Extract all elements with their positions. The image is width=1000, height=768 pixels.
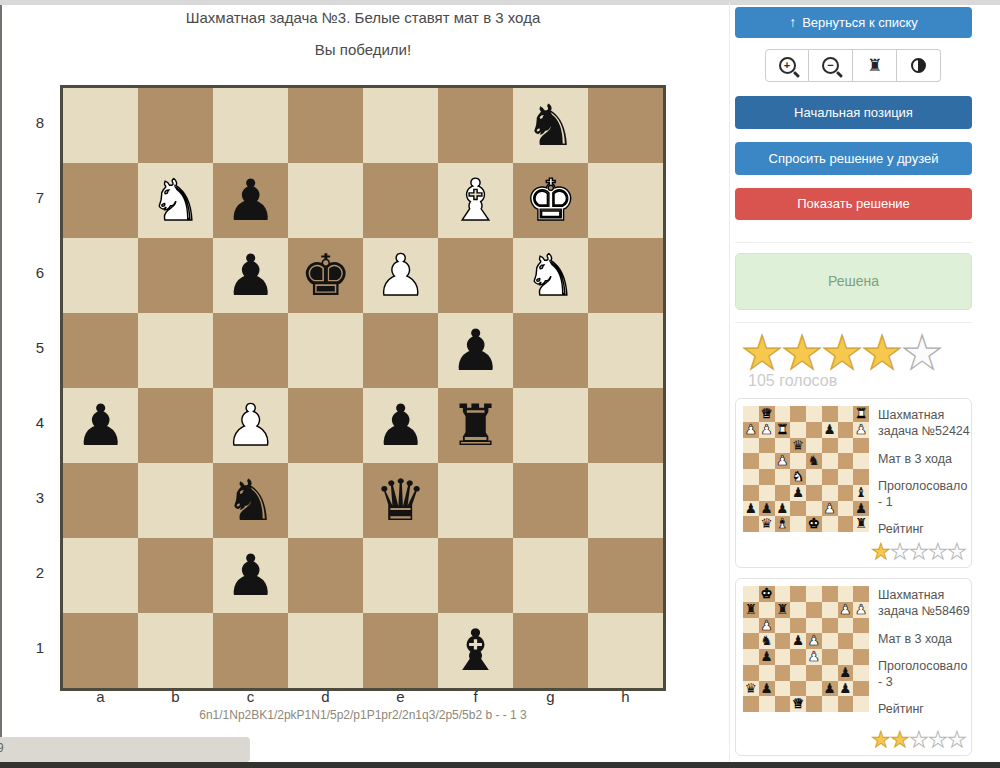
board-square[interactable]	[63, 538, 138, 613]
contrast-icon	[911, 58, 926, 73]
thumb-square: ♞	[759, 633, 775, 649]
thumb-square	[838, 469, 854, 485]
thumb-square	[806, 665, 822, 681]
black-pawn: ♟	[743, 501, 759, 517]
star-2: ★	[890, 728, 909, 752]
black-pawn: ♟	[775, 501, 791, 517]
white-queen: ♛	[759, 406, 775, 422]
board-square[interactable]	[438, 238, 513, 313]
board-square[interactable]	[588, 88, 663, 163]
board-square[interactable]	[288, 88, 363, 163]
thumb-square	[775, 586, 791, 602]
board-square[interactable]	[288, 613, 363, 688]
thumb-square	[838, 633, 854, 649]
board-square[interactable]	[288, 163, 363, 238]
star-3: ★	[909, 728, 928, 752]
thumb-square	[743, 469, 759, 485]
board-square[interactable]	[588, 388, 663, 463]
board-square[interactable]: ♛	[363, 463, 438, 538]
board-square[interactable]	[363, 313, 438, 388]
sidebar: ↑Вернуться к списку + − ♜ Начальная пози…	[735, 0, 972, 768]
thumb-square	[775, 696, 791, 712]
file-label: c	[213, 688, 288, 705]
related-puzzle-info: Шахматная задача №58469 Мат в 3 хода Про…	[878, 587, 972, 729]
thumb-square: ♟	[759, 422, 775, 438]
star-4: ★	[928, 540, 947, 564]
star-3: ★	[909, 540, 928, 564]
board-toolbar: + − ♜	[765, 49, 941, 82]
black-queen: ♛	[759, 516, 775, 532]
thumb-square: ♛	[759, 516, 775, 532]
thumb-square	[838, 453, 854, 469]
thumb-square	[822, 516, 838, 532]
back-to-list-button[interactable]: ↑Вернуться к списку	[735, 7, 972, 38]
thumb-square	[743, 586, 759, 602]
thumb-square	[853, 453, 869, 469]
black-pawn[interactable]: ♟	[213, 163, 288, 238]
thumb-square	[822, 453, 838, 469]
thumb-square	[806, 602, 822, 618]
thumb-square	[775, 485, 791, 501]
board-square[interactable]	[513, 538, 588, 613]
board-square[interactable]	[138, 388, 213, 463]
rank-label: 8	[26, 85, 44, 160]
white-pawn[interactable]: ♟	[363, 238, 438, 313]
white-pawn[interactable]: ♟	[213, 388, 288, 463]
thumb-square	[853, 633, 869, 649]
ask-friends-button[interactable]: Спросить решение у друзей	[735, 142, 972, 175]
window-left-border	[0, 5, 2, 762]
white-pawn: ♟	[853, 422, 869, 438]
thumb-square	[853, 618, 869, 634]
related-puzzle-rating-label: Рейтинг	[878, 521, 972, 537]
board-square[interactable]: ♝	[438, 613, 513, 688]
black-bishop: ♝	[853, 485, 869, 501]
rank-label: 1	[26, 610, 44, 685]
thumb-square: ♜	[853, 516, 869, 532]
board-square[interactable]	[438, 88, 513, 163]
thumb-square: ♟	[853, 501, 869, 517]
black-knight: ♞	[806, 453, 822, 469]
board-square[interactable]	[513, 463, 588, 538]
white-queen: ♛	[790, 696, 806, 712]
thumb-square: ♛	[790, 696, 806, 712]
board-square[interactable]	[138, 313, 213, 388]
related-puzzle-info: Шахматная задача №52424 Мат в 3 хода Про…	[878, 407, 972, 549]
thumb-square	[790, 602, 806, 618]
thumb-square	[759, 602, 775, 618]
thumb-square: ♟	[806, 633, 822, 649]
board-square[interactable]: ♞	[513, 88, 588, 163]
black-pawn[interactable]: ♟	[363, 388, 438, 463]
black-pawn: ♟	[790, 485, 806, 501]
related-puzzle-card[interactable]: ♚♜♜♟♟♟♞♟♟♟♟♟♛♟♟♟♛ Шахматная задача №5846…	[735, 578, 972, 756]
board-square[interactable]	[63, 88, 138, 163]
thumb-square	[759, 453, 775, 469]
thumb-square	[822, 633, 838, 649]
white-knight[interactable]: ♞	[513, 238, 588, 313]
thumb-square	[790, 681, 806, 697]
thumb-square: ♚	[759, 586, 775, 602]
board-square[interactable]	[363, 163, 438, 238]
related-puzzle-stars: ★★★★★	[871, 728, 966, 752]
thumb-square	[743, 665, 759, 681]
rank-label: 3	[26, 460, 44, 535]
thumb-square	[743, 696, 759, 712]
thumb-square	[743, 406, 759, 422]
thumb-square	[806, 469, 822, 485]
white-king: ♚	[806, 516, 822, 532]
thumb-square	[759, 438, 775, 454]
black-pawn: ♟	[822, 422, 838, 438]
thumb-square	[838, 516, 854, 532]
star-5: ★	[947, 540, 966, 564]
thumb-square	[790, 453, 806, 469]
board-square[interactable]	[288, 463, 363, 538]
thumb-square	[853, 469, 869, 485]
thumb-square	[790, 516, 806, 532]
black-rook[interactable]: ♜	[438, 388, 513, 463]
thumb-square	[790, 422, 806, 438]
board-square[interactable]	[588, 538, 663, 613]
initial-position-button[interactable]: Начальная позиция	[735, 96, 972, 129]
thumb-square	[743, 633, 759, 649]
thumb-square	[775, 665, 791, 681]
board-square[interactable]	[63, 313, 138, 388]
related-puzzle-votes: Проголосовало - 3	[878, 658, 972, 691]
thumb-square	[775, 406, 791, 422]
black-rook: ♜	[775, 602, 791, 618]
thumb-square: ♟	[838, 681, 854, 697]
board-square[interactable]	[138, 88, 213, 163]
rank-label: 7	[26, 160, 44, 235]
white-pawn: ♟	[759, 422, 775, 438]
thumb-square: ♜	[775, 422, 791, 438]
thumb-square	[743, 649, 759, 665]
thumb-square: ♟	[775, 453, 791, 469]
rank-label: 4	[26, 385, 44, 460]
black-pawn[interactable]: ♟	[63, 388, 138, 463]
thumb-square	[853, 438, 869, 454]
thumb-square	[822, 485, 838, 501]
related-puzzle-mate: Мат в 3 хода	[878, 631, 972, 647]
black-knight[interactable]: ♞	[513, 88, 588, 163]
file-label: h	[588, 688, 663, 705]
thumb-square: ♟	[822, 681, 838, 697]
thumb-square	[822, 602, 838, 618]
white-king[interactable]: ♚	[513, 163, 588, 238]
thumb-square: ♛	[790, 438, 806, 454]
board-square[interactable]	[63, 463, 138, 538]
thumb-square	[806, 696, 822, 712]
related-puzzle-stars: ★★★★★	[871, 540, 966, 564]
up-arrow-icon: ↑	[789, 14, 796, 30]
black-knight[interactable]: ♞	[213, 463, 288, 538]
board-square[interactable]	[438, 538, 513, 613]
thumb-square	[743, 516, 759, 532]
thumb-square	[806, 618, 822, 634]
black-pawn[interactable]: ♟	[213, 238, 288, 313]
zoom-in-icon: +	[779, 57, 796, 74]
thumb-square	[790, 665, 806, 681]
thumb-square: ♟	[806, 649, 822, 665]
section-divider	[735, 322, 972, 323]
thumb-square	[790, 649, 806, 665]
solved-status: Решена	[735, 253, 972, 310]
thumb-square	[759, 485, 775, 501]
thumb-square: ♚	[806, 516, 822, 532]
thumb-square	[853, 649, 869, 665]
board-square[interactable]	[363, 88, 438, 163]
board-square[interactable]	[63, 238, 138, 313]
black-pawn: ♟	[822, 681, 838, 697]
board-square[interactable]	[588, 163, 663, 238]
board-square[interactable]	[138, 538, 213, 613]
thumb-square: ♞	[790, 469, 806, 485]
thumb-square	[838, 618, 854, 634]
rank-labels: 87654321	[26, 85, 52, 685]
thumb-square	[806, 438, 822, 454]
board-square[interactable]: ♞	[213, 463, 288, 538]
board-square[interactable]	[513, 388, 588, 463]
thumb-square	[806, 485, 822, 501]
board-square[interactable]	[513, 313, 588, 388]
thumb-square	[790, 586, 806, 602]
white-pawn: ♟	[853, 602, 869, 618]
board-square[interactable]: ♚	[288, 238, 363, 313]
star-5: ★	[947, 728, 966, 752]
thumb-square	[743, 485, 759, 501]
thumb-square	[790, 406, 806, 422]
file-label: a	[63, 688, 138, 705]
thumb-square: ♟	[790, 633, 806, 649]
zoom-out-button[interactable]: −	[809, 49, 853, 82]
sidebar-separator	[729, 2, 730, 762]
thumb-square	[838, 438, 854, 454]
thumb-square	[822, 618, 838, 634]
star-2: ★	[890, 540, 909, 564]
board-square[interactable]	[438, 463, 513, 538]
status-bar-text: 9	[0, 741, 4, 755]
thumb-square	[838, 485, 854, 501]
black-pawn: ♟	[759, 681, 775, 697]
board-square[interactable]	[513, 613, 588, 688]
thumb-square	[775, 681, 791, 697]
file-label: f	[438, 688, 513, 705]
thumb-square	[853, 665, 869, 681]
thumb-square: ♟	[759, 501, 775, 517]
black-pawn: ♟	[759, 501, 775, 517]
board-square[interactable]: ♟	[363, 238, 438, 313]
white-knight[interactable]: ♞	[138, 163, 213, 238]
zoom-out-icon: −	[822, 57, 839, 74]
black-queen: ♛	[743, 681, 759, 697]
star-4: ★	[928, 728, 947, 752]
thumb-square: ♟	[775, 501, 791, 517]
star-1: ★	[871, 728, 890, 752]
thumb-square	[790, 618, 806, 634]
thumb-square	[838, 586, 854, 602]
thumb-square: ♟	[759, 649, 775, 665]
thumb-square: ♟	[838, 602, 854, 618]
black-queen[interactable]: ♛	[363, 463, 438, 538]
board-square[interactable]	[588, 613, 663, 688]
board-square[interactable]	[363, 613, 438, 688]
board-square[interactable]	[138, 613, 213, 688]
white-rook: ♜	[853, 406, 869, 422]
board-square[interactable]	[138, 238, 213, 313]
black-pawn: ♟	[838, 681, 854, 697]
thumb-square	[822, 696, 838, 712]
contrast-button[interactable]	[897, 49, 941, 82]
black-bishop[interactable]: ♝	[438, 613, 513, 688]
thumb-square	[759, 665, 775, 681]
black-pawn[interactable]: ♟	[438, 313, 513, 388]
board-square[interactable]	[588, 238, 663, 313]
related-puzzle-title: Шахматная задача №52424	[878, 407, 972, 440]
board-square[interactable]	[588, 313, 663, 388]
white-pawn: ♟	[806, 649, 822, 665]
thumb-square: ♜	[853, 406, 869, 422]
thumb-square: ♟	[759, 681, 775, 697]
white-rook: ♜	[775, 422, 791, 438]
black-knight: ♞	[759, 633, 775, 649]
thumb-square: ♟	[743, 422, 759, 438]
related-puzzle-card[interactable]: ♛♜♟♟♜♟♟♛♟♞♞♟♝♟♟♟♟♟♛♝♚♜ Шахматная задача …	[735, 398, 972, 568]
thumb-square	[743, 438, 759, 454]
thumb-square	[838, 422, 854, 438]
white-king: ♚	[759, 586, 775, 602]
board-square[interactable]: ♞	[513, 238, 588, 313]
white-pawn: ♟	[806, 633, 822, 649]
board-square[interactable]	[288, 388, 363, 463]
star-4[interactable]: ★	[861, 326, 901, 380]
board-square[interactable]	[63, 163, 138, 238]
black-rook: ♜	[743, 602, 759, 618]
thumb-square: ♟	[759, 618, 775, 634]
thumb-square	[853, 696, 869, 712]
thumb-square	[806, 422, 822, 438]
thumb-square: ♜	[775, 602, 791, 618]
thumb-square	[853, 586, 869, 602]
board-square[interactable]	[213, 313, 288, 388]
show-solution-label: Показать решение	[797, 196, 910, 211]
thumb-square	[822, 586, 838, 602]
thumb-square	[838, 649, 854, 665]
rook-icon: ♜	[867, 57, 882, 74]
board-square[interactable]	[213, 613, 288, 688]
board-square[interactable]: ♞	[138, 163, 213, 238]
thumb-square	[775, 438, 791, 454]
thumb-square: ♟	[853, 422, 869, 438]
board-square[interactable]: ♚	[513, 163, 588, 238]
board-square[interactable]	[288, 538, 363, 613]
black-pawn[interactable]: ♟	[213, 538, 288, 613]
white-pawn: ♟	[775, 453, 791, 469]
piece-style-button[interactable]: ♜	[853, 49, 897, 82]
star-5[interactable]: ★	[901, 326, 941, 380]
white-pawn: ♟	[743, 422, 759, 438]
thumb-square: ♟	[822, 422, 838, 438]
black-pawn: ♟	[853, 501, 869, 517]
thumb-square: ♝	[853, 485, 869, 501]
file-labels: abcdefgh	[60, 688, 666, 706]
board-square[interactable]	[588, 463, 663, 538]
page-root: { "game": "chess", "position": "6n1/1Np2…	[0, 0, 1000, 768]
related-puzzle-rating-label: Рейтинг	[878, 701, 972, 717]
thumb-square	[822, 665, 838, 681]
black-king[interactable]: ♚	[288, 238, 363, 313]
thumb-square	[822, 649, 838, 665]
thumb-square	[743, 618, 759, 634]
board-square[interactable]: ♟	[213, 238, 288, 313]
thumb-square: ♛	[759, 406, 775, 422]
thumb-square	[822, 438, 838, 454]
file-label: e	[363, 688, 438, 705]
white-bishop: ♝	[775, 516, 791, 532]
black-pawn: ♟	[838, 665, 854, 681]
related-puzzle-votes: Проголосовало - 1	[878, 478, 972, 511]
result-message: Вы победили!	[30, 41, 696, 58]
black-queen: ♛	[790, 438, 806, 454]
white-pawn: ♟	[759, 618, 775, 634]
white-knight: ♞	[790, 469, 806, 485]
chessboard[interactable]: ♞♞♟♝♚♟♚♟♞♟♟♟♟♜♞♛♟♝	[60, 85, 666, 691]
show-solution-button[interactable]: Показать решение	[735, 188, 972, 220]
board-square[interactable]: ♝	[438, 163, 513, 238]
thumb-square	[806, 586, 822, 602]
related-puzzle-thumbnail: ♛♜♟♟♜♟♟♛♟♞♞♟♝♟♟♟♟♟♛♝♚♜	[743, 406, 869, 532]
thumb-square: ♝	[775, 516, 791, 532]
votes-count: 105 голосов	[748, 372, 837, 390]
board-square[interactable]: ♟	[63, 388, 138, 463]
thumb-square	[806, 681, 822, 697]
initial-position-label: Начальная позиция	[794, 105, 913, 120]
board-square[interactable]	[363, 538, 438, 613]
thumb-square	[775, 618, 791, 634]
board-square[interactable]: ♟	[363, 388, 438, 463]
board-square[interactable]: ♟	[213, 163, 288, 238]
ask-friends-label: Спросить решение у друзей	[769, 151, 939, 166]
related-puzzle-thumbnail: ♚♜♜♟♟♟♞♟♟♟♟♟♛♟♟♟♛	[743, 586, 869, 712]
board-square[interactable]	[63, 613, 138, 688]
section-divider	[735, 242, 972, 243]
board-square[interactable]: ♜	[438, 388, 513, 463]
board-square[interactable]: ♟	[213, 388, 288, 463]
board-square[interactable]	[288, 313, 363, 388]
related-puzzle-mate: Мат в 3 хода	[878, 451, 972, 467]
thumb-square	[853, 681, 869, 697]
back-to-list-label: Вернуться к списку	[802, 15, 918, 30]
board-square[interactable]: ♟	[213, 538, 288, 613]
black-pawn: ♟	[790, 633, 806, 649]
thumb-square: ♟	[743, 501, 759, 517]
thumb-square: ♟	[853, 602, 869, 618]
file-label: d	[288, 688, 363, 705]
board-square[interactable]	[138, 463, 213, 538]
zoom-in-button[interactable]: +	[765, 49, 809, 82]
thumb-square	[759, 469, 775, 485]
board-square[interactable]	[213, 88, 288, 163]
white-bishop[interactable]: ♝	[438, 163, 513, 238]
thumb-square: ♟	[838, 665, 854, 681]
browser-status-bar: 9	[0, 737, 250, 762]
thumb-square: ♜	[743, 602, 759, 618]
board-square[interactable]: ♟	[438, 313, 513, 388]
related-puzzle-title: Шахматная задача №58469	[878, 587, 972, 620]
file-label: g	[513, 688, 588, 705]
thumb-square	[775, 649, 791, 665]
